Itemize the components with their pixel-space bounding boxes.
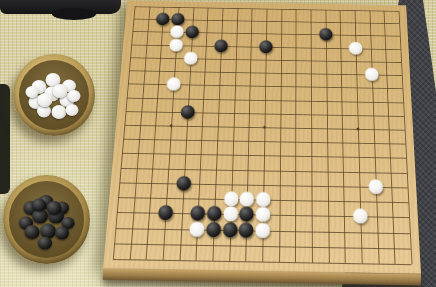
black-stone-in-bowl: [25, 225, 40, 239]
black-stone[interactable]: [259, 40, 273, 53]
black-stone[interactable]: [190, 206, 205, 221]
dark-cloth-top-left: [0, 0, 121, 14]
star-point: [263, 126, 266, 129]
photo-scene: [0, 0, 436, 287]
white-stone[interactable]: [190, 221, 205, 236]
star-point: [170, 124, 173, 127]
black-stone-in-bowl: [55, 226, 69, 239]
white-stone-in-bowl: [52, 84, 67, 98]
white-stone[interactable]: [183, 52, 197, 65]
black-stone[interactable]: [239, 222, 254, 237]
black-stone-bowl[interactable]: [3, 175, 90, 264]
white-stone[interactable]: [256, 207, 271, 222]
grid-line-vertical: [295, 9, 296, 262]
white-stone-in-bowl: [52, 105, 67, 119]
black-stone-in-bowl: [47, 201, 62, 215]
black-stone[interactable]: [158, 205, 174, 220]
white-stone[interactable]: [364, 68, 378, 81]
black-stone-in-bowl: [32, 199, 46, 212]
white-stone[interactable]: [170, 26, 184, 39]
black-stone-in-bowl: [38, 236, 52, 249]
white-stone-in-bowl: [66, 104, 79, 116]
white-stone-in-bowl: [68, 90, 81, 102]
white-stone[interactable]: [223, 206, 238, 221]
black-stone[interactable]: [156, 13, 170, 26]
black-stone[interactable]: [239, 207, 254, 222]
grid-line-vertical: [399, 11, 413, 264]
black-stone[interactable]: [214, 39, 228, 52]
white-stone[interactable]: [255, 222, 270, 237]
black-stone[interactable]: [171, 13, 185, 26]
dark-shadow-left-edge: [0, 84, 10, 194]
white-stone[interactable]: [166, 78, 181, 91]
white-stone[interactable]: [223, 191, 238, 206]
black-stone[interactable]: [180, 105, 195, 119]
go-board-wrapper: [103, 0, 427, 287]
white-stone[interactable]: [169, 38, 183, 51]
black-stone[interactable]: [185, 26, 199, 39]
white-stone[interactable]: [349, 41, 363, 54]
black-stone[interactable]: [176, 176, 191, 191]
black-stone[interactable]: [206, 221, 221, 236]
black-stone[interactable]: [319, 28, 333, 41]
board-grid: [113, 6, 412, 264]
white-bowl-stones: [19, 60, 90, 131]
white-stone-in-bowl: [25, 86, 38, 98]
star-point: [356, 128, 359, 131]
black-stone[interactable]: [207, 206, 222, 221]
white-stone[interactable]: [353, 209, 368, 224]
white-stone[interactable]: [240, 192, 255, 207]
black-bowl-stones: [9, 181, 84, 258]
white-stone-in-bowl: [38, 93, 53, 107]
white-stone-bowl[interactable]: [13, 54, 95, 136]
white-stone[interactable]: [256, 192, 271, 207]
black-stone[interactable]: [222, 222, 237, 237]
white-stone[interactable]: [368, 179, 383, 194]
go-board[interactable]: [103, 1, 421, 274]
